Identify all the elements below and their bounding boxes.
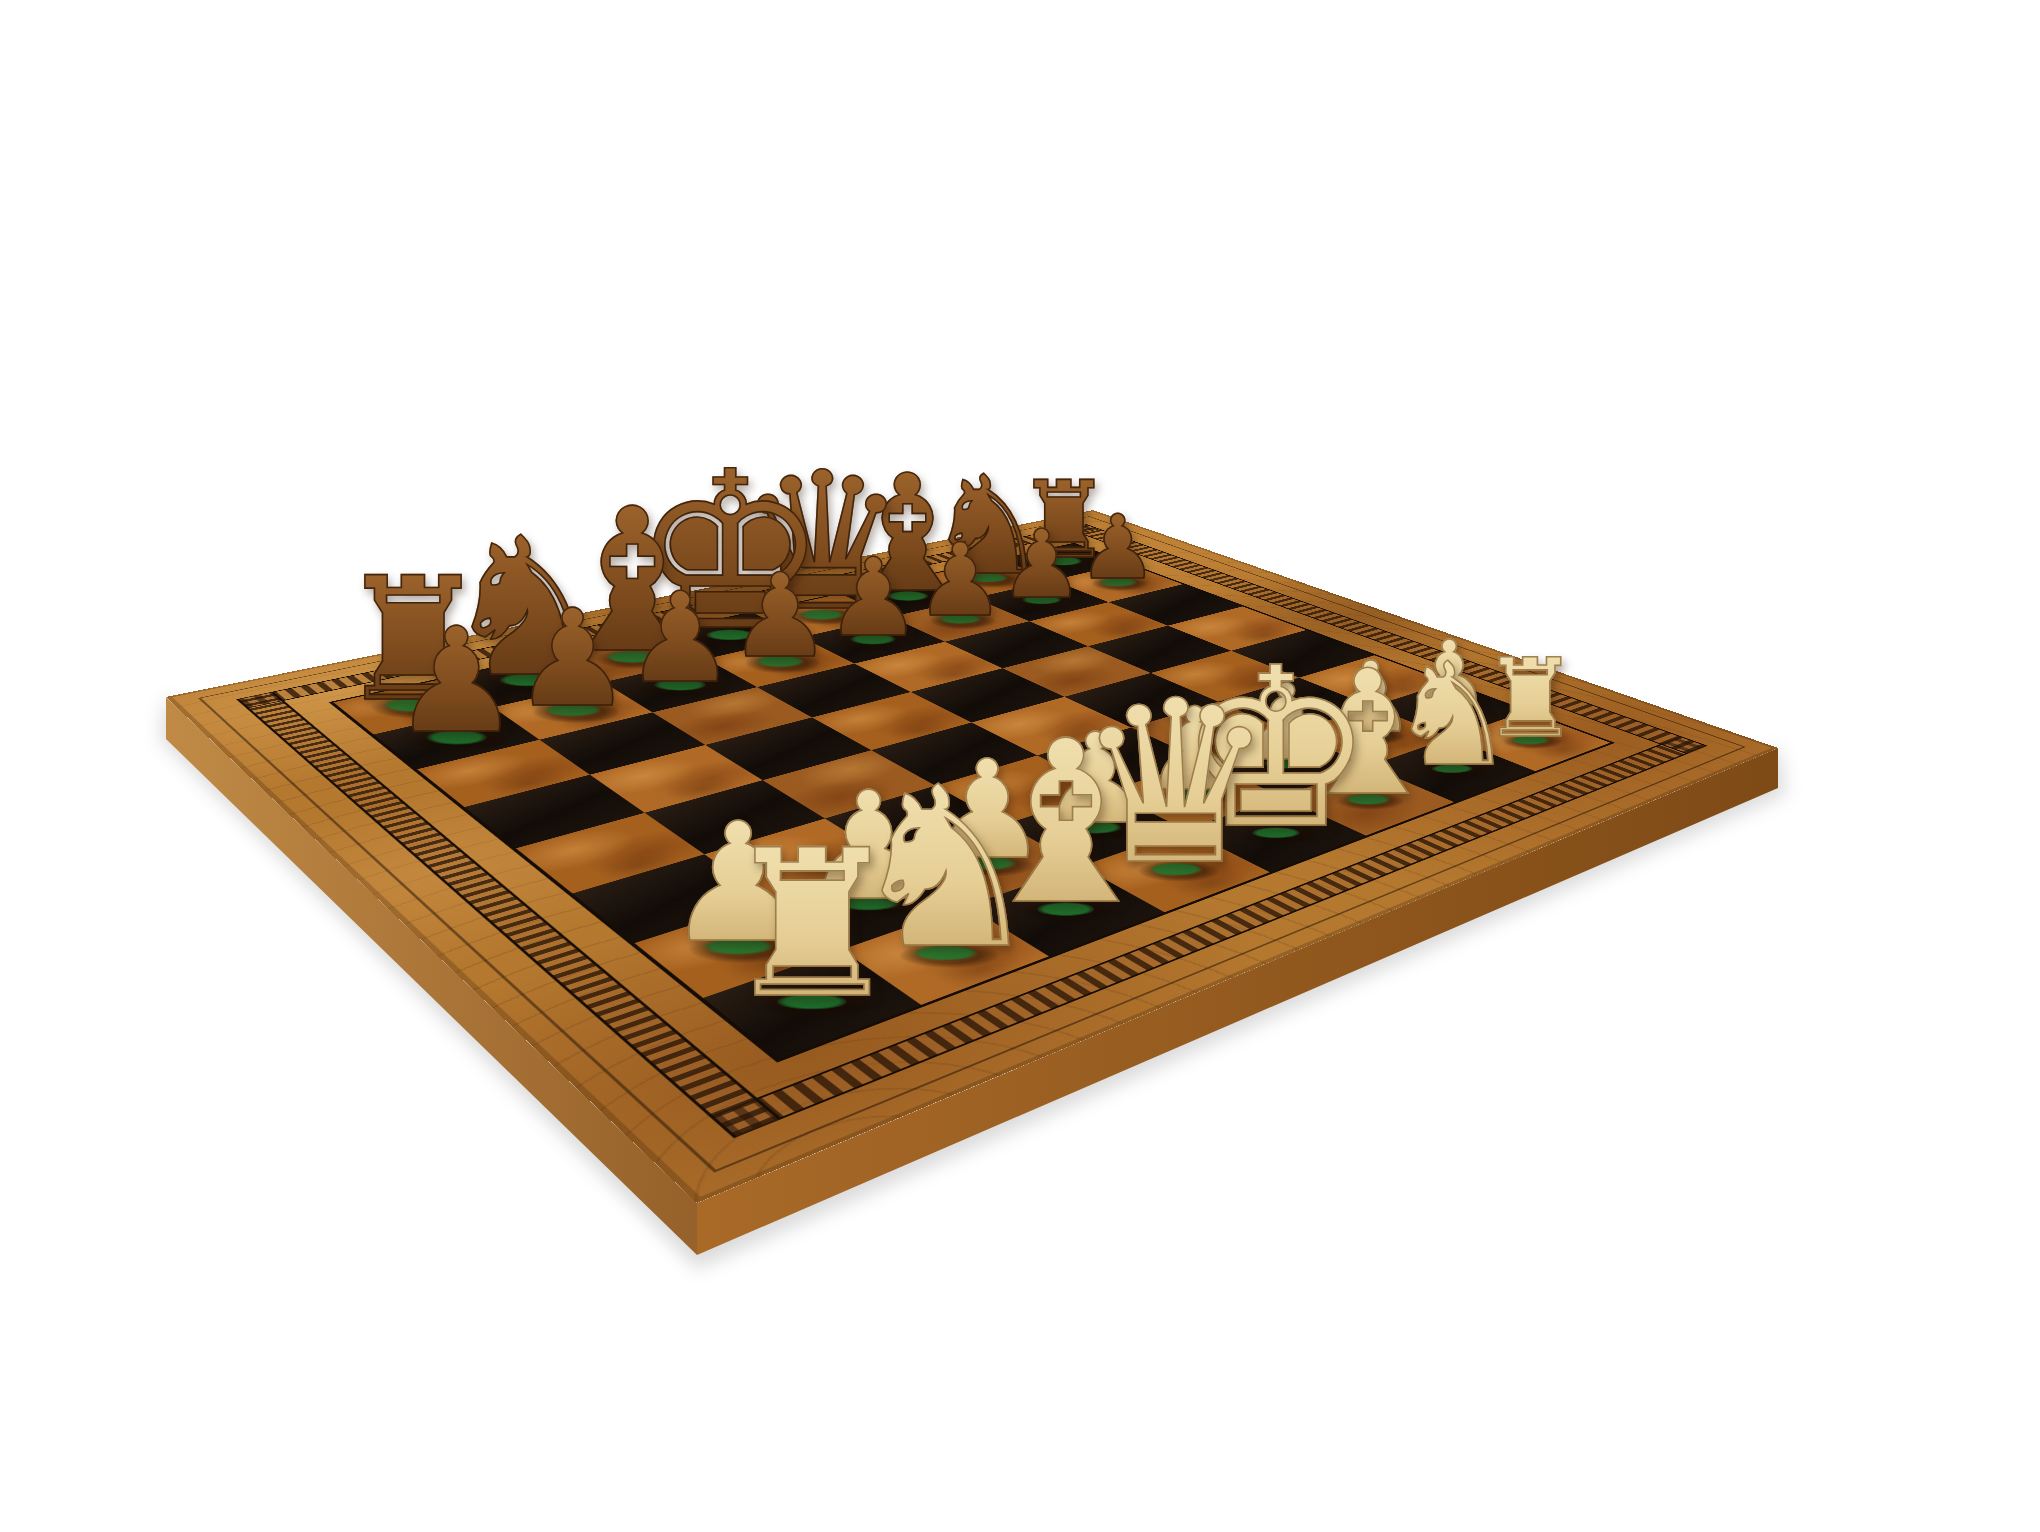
product-photo-scene: ♜♞♟♝♟♛♟♚♟♝♟♞♟♜♟♟♟♟♜♟♞♟♝♟♚♟♛♟♝♟♞♜ xyxy=(0,0,2040,1532)
